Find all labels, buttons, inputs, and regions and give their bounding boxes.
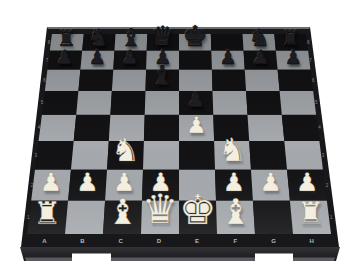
file-label-D: D: [157, 238, 162, 244]
file-label-C: C: [119, 238, 124, 244]
file-label-F: F: [233, 238, 237, 244]
file-label-G: G: [271, 238, 276, 244]
chess-board: ABCDEFGH1122334455667788: [0, 0, 360, 268]
file-label-B: B: [80, 238, 85, 244]
board-shading: [27, 34, 331, 234]
file-label-E: E: [195, 238, 199, 244]
chess-set-photo: ABCDEFGH1122334455667788 ♜♞♝♛♚♞♜♟♟♟♟♟♟♟♝…: [0, 0, 360, 268]
base-notch-left: [72, 254, 111, 262]
file-label-H: H: [310, 238, 314, 244]
file-label-A: A: [42, 238, 47, 244]
base-notch-right: [255, 254, 293, 262]
frame-top-rim: [47, 27, 310, 29]
